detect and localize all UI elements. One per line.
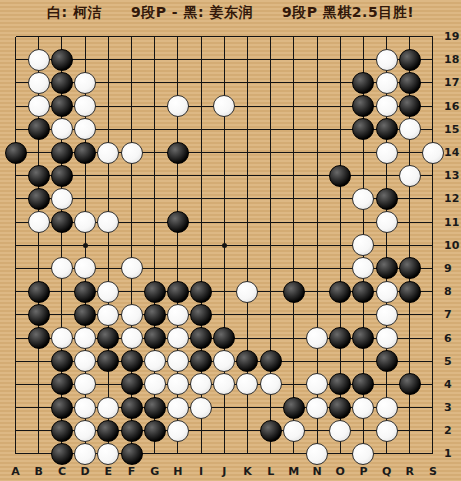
intersection-H18[interactable] — [166, 48, 189, 71]
intersection-K7[interactable] — [236, 303, 259, 326]
intersection-R19[interactable] — [398, 25, 421, 48]
intersection-K4[interactable] — [236, 373, 259, 396]
intersection-K19[interactable] — [236, 25, 259, 48]
intersection-D4[interactable] — [74, 373, 97, 396]
intersection-O10[interactable] — [329, 234, 352, 257]
intersection-G3[interactable] — [143, 396, 166, 419]
intersection-F7[interactable] — [120, 303, 143, 326]
intersection-K3[interactable] — [236, 396, 259, 419]
intersection-Q11[interactable] — [375, 211, 398, 234]
intersection-F18[interactable] — [120, 48, 143, 71]
intersection-B14[interactable] — [27, 141, 50, 164]
intersection-I9[interactable] — [190, 257, 213, 280]
intersection-O5[interactable] — [329, 350, 352, 373]
intersection-P3[interactable] — [352, 396, 375, 419]
intersection-B7[interactable] — [27, 303, 50, 326]
intersection-Q17[interactable] — [375, 71, 398, 94]
intersection-O12[interactable] — [329, 187, 352, 210]
intersection-M7[interactable] — [282, 303, 305, 326]
intersection-D12[interactable] — [74, 187, 97, 210]
intersection-H17[interactable] — [166, 71, 189, 94]
intersection-J3[interactable] — [213, 396, 236, 419]
intersection-C19[interactable] — [50, 25, 73, 48]
intersection-N16[interactable] — [305, 95, 328, 118]
intersection-C18[interactable] — [50, 48, 73, 71]
intersection-F15[interactable] — [120, 118, 143, 141]
intersection-E13[interactable] — [97, 164, 120, 187]
intersection-F14[interactable] — [120, 141, 143, 164]
intersection-O14[interactable] — [329, 141, 352, 164]
intersection-G8[interactable] — [143, 280, 166, 303]
intersection-D14[interactable] — [74, 141, 97, 164]
intersection-E4[interactable] — [97, 373, 120, 396]
intersection-G11[interactable] — [143, 211, 166, 234]
intersection-L14[interactable] — [259, 141, 282, 164]
intersection-R6[interactable] — [398, 326, 421, 349]
intersection-Q16[interactable] — [375, 95, 398, 118]
intersection-D9[interactable] — [74, 257, 97, 280]
intersection-L7[interactable] — [259, 303, 282, 326]
intersection-K2[interactable] — [236, 419, 259, 442]
intersection-G13[interactable] — [143, 164, 166, 187]
intersection-E15[interactable] — [97, 118, 120, 141]
intersection-B10[interactable] — [27, 234, 50, 257]
intersection-F5[interactable] — [120, 350, 143, 373]
intersection-Q9[interactable] — [375, 257, 398, 280]
intersection-E7[interactable] — [97, 303, 120, 326]
intersection-J14[interactable] — [213, 141, 236, 164]
intersection-P5[interactable] — [352, 350, 375, 373]
intersection-K18[interactable] — [236, 48, 259, 71]
intersection-D17[interactable] — [74, 71, 97, 94]
intersection-J16[interactable] — [213, 95, 236, 118]
intersection-J13[interactable] — [213, 164, 236, 187]
intersection-A13[interactable] — [4, 164, 27, 187]
intersection-E10[interactable] — [97, 234, 120, 257]
intersection-F16[interactable] — [120, 95, 143, 118]
intersection-L17[interactable] — [259, 71, 282, 94]
intersection-E16[interactable] — [97, 95, 120, 118]
intersection-P11[interactable] — [352, 211, 375, 234]
intersection-Q10[interactable] — [375, 234, 398, 257]
intersection-N5[interactable] — [305, 350, 328, 373]
intersection-Q18[interactable] — [375, 48, 398, 71]
intersection-I18[interactable] — [190, 48, 213, 71]
intersection-A17[interactable] — [4, 71, 27, 94]
intersection-B18[interactable] — [27, 48, 50, 71]
intersection-G4[interactable] — [143, 373, 166, 396]
intersection-H8[interactable] — [166, 280, 189, 303]
intersection-P13[interactable] — [352, 164, 375, 187]
intersection-E2[interactable] — [97, 419, 120, 442]
intersection-M8[interactable] — [282, 280, 305, 303]
intersection-K11[interactable] — [236, 211, 259, 234]
intersection-B8[interactable] — [27, 280, 50, 303]
intersection-A12[interactable] — [4, 187, 27, 210]
intersection-J2[interactable] — [213, 419, 236, 442]
intersection-A7[interactable] — [4, 303, 27, 326]
intersection-B13[interactable] — [27, 164, 50, 187]
intersection-L5[interactable] — [259, 350, 282, 373]
intersection-N14[interactable] — [305, 141, 328, 164]
intersection-A11[interactable] — [4, 211, 27, 234]
intersection-G7[interactable] — [143, 303, 166, 326]
intersection-R12[interactable] — [398, 187, 421, 210]
intersection-N19[interactable] — [305, 25, 328, 48]
intersection-B11[interactable] — [27, 211, 50, 234]
intersection-C11[interactable] — [50, 211, 73, 234]
intersection-R4[interactable] — [398, 373, 421, 396]
intersection-Q2[interactable] — [375, 419, 398, 442]
intersection-J9[interactable] — [213, 257, 236, 280]
intersection-K14[interactable] — [236, 141, 259, 164]
intersection-R15[interactable] — [398, 118, 421, 141]
intersection-F17[interactable] — [120, 71, 143, 94]
intersection-R14[interactable] — [398, 141, 421, 164]
intersection-C4[interactable] — [50, 373, 73, 396]
intersection-I16[interactable] — [190, 95, 213, 118]
intersection-E9[interactable] — [97, 257, 120, 280]
intersection-I11[interactable] — [190, 211, 213, 234]
intersection-N15[interactable] — [305, 118, 328, 141]
intersection-C5[interactable] — [50, 350, 73, 373]
intersection-L6[interactable] — [259, 326, 282, 349]
intersection-H2[interactable] — [166, 419, 189, 442]
intersection-K17[interactable] — [236, 71, 259, 94]
intersection-A14[interactable] — [4, 141, 27, 164]
intersection-C2[interactable] — [50, 419, 73, 442]
intersection-M12[interactable] — [282, 187, 305, 210]
intersection-H13[interactable] — [166, 164, 189, 187]
intersection-J4[interactable] — [213, 373, 236, 396]
intersection-I15[interactable] — [190, 118, 213, 141]
intersection-G16[interactable] — [143, 95, 166, 118]
intersection-D16[interactable] — [74, 95, 97, 118]
intersection-G19[interactable] — [143, 25, 166, 48]
intersection-R2[interactable] — [398, 419, 421, 442]
intersection-O19[interactable] — [329, 25, 352, 48]
intersection-N9[interactable] — [305, 257, 328, 280]
intersection-E11[interactable] — [97, 211, 120, 234]
intersection-B4[interactable] — [27, 373, 50, 396]
intersection-N8[interactable] — [305, 280, 328, 303]
intersection-O17[interactable] — [329, 71, 352, 94]
intersection-G10[interactable] — [143, 234, 166, 257]
intersection-J18[interactable] — [213, 48, 236, 71]
intersection-M2[interactable] — [282, 419, 305, 442]
intersection-N3[interactable] — [305, 396, 328, 419]
intersection-P4[interactable] — [352, 373, 375, 396]
intersection-N11[interactable] — [305, 211, 328, 234]
intersection-I5[interactable] — [190, 350, 213, 373]
intersection-R10[interactable] — [398, 234, 421, 257]
intersection-L10[interactable] — [259, 234, 282, 257]
intersection-M3[interactable] — [282, 396, 305, 419]
intersection-J17[interactable] — [213, 71, 236, 94]
intersection-B16[interactable] — [27, 95, 50, 118]
intersection-H10[interactable] — [166, 234, 189, 257]
intersection-N7[interactable] — [305, 303, 328, 326]
intersection-A8[interactable] — [4, 280, 27, 303]
intersection-M11[interactable] — [282, 211, 305, 234]
intersection-A4[interactable] — [4, 373, 27, 396]
intersection-O3[interactable] — [329, 396, 352, 419]
intersection-C6[interactable] — [50, 326, 73, 349]
intersection-G18[interactable] — [143, 48, 166, 71]
intersection-F11[interactable] — [120, 211, 143, 234]
intersection-H15[interactable] — [166, 118, 189, 141]
intersection-F8[interactable] — [120, 280, 143, 303]
intersection-O9[interactable] — [329, 257, 352, 280]
intersection-M15[interactable] — [282, 118, 305, 141]
intersection-P10[interactable] — [352, 234, 375, 257]
intersection-O7[interactable] — [329, 303, 352, 326]
intersection-C7[interactable] — [50, 303, 73, 326]
intersection-J8[interactable] — [213, 280, 236, 303]
intersection-D18[interactable] — [74, 48, 97, 71]
intersection-A5[interactable] — [4, 350, 27, 373]
intersection-O2[interactable] — [329, 419, 352, 442]
intersection-J12[interactable] — [213, 187, 236, 210]
intersection-I2[interactable] — [190, 419, 213, 442]
intersection-L19[interactable] — [259, 25, 282, 48]
intersection-B5[interactable] — [27, 350, 50, 373]
intersection-C13[interactable] — [50, 164, 73, 187]
intersection-K6[interactable] — [236, 326, 259, 349]
intersection-P8[interactable] — [352, 280, 375, 303]
intersection-F12[interactable] — [120, 187, 143, 210]
intersection-F13[interactable] — [120, 164, 143, 187]
intersection-P7[interactable] — [352, 303, 375, 326]
intersection-D11[interactable] — [74, 211, 97, 234]
intersection-H7[interactable] — [166, 303, 189, 326]
intersection-Q6[interactable] — [375, 326, 398, 349]
intersection-M14[interactable] — [282, 141, 305, 164]
intersection-D5[interactable] — [74, 350, 97, 373]
intersection-L15[interactable] — [259, 118, 282, 141]
intersection-H19[interactable] — [166, 25, 189, 48]
intersection-B9[interactable] — [27, 257, 50, 280]
intersection-A19[interactable] — [4, 25, 27, 48]
intersection-R16[interactable] — [398, 95, 421, 118]
intersection-O6[interactable] — [329, 326, 352, 349]
intersection-O16[interactable] — [329, 95, 352, 118]
intersection-J10[interactable] — [213, 234, 236, 257]
intersection-R17[interactable] — [398, 71, 421, 94]
intersection-G12[interactable] — [143, 187, 166, 210]
intersection-N13[interactable] — [305, 164, 328, 187]
intersection-D13[interactable] — [74, 164, 97, 187]
intersection-J6[interactable] — [213, 326, 236, 349]
intersection-K15[interactable] — [236, 118, 259, 141]
intersection-M5[interactable] — [282, 350, 305, 373]
intersection-N18[interactable] — [305, 48, 328, 71]
intersection-K9[interactable] — [236, 257, 259, 280]
intersection-C15[interactable] — [50, 118, 73, 141]
intersection-L2[interactable] — [259, 419, 282, 442]
intersection-N12[interactable] — [305, 187, 328, 210]
intersection-H9[interactable] — [166, 257, 189, 280]
intersection-C12[interactable] — [50, 187, 73, 210]
intersection-Q7[interactable] — [375, 303, 398, 326]
intersection-R9[interactable] — [398, 257, 421, 280]
intersection-D3[interactable] — [74, 396, 97, 419]
intersection-B6[interactable] — [27, 326, 50, 349]
intersection-Q3[interactable] — [375, 396, 398, 419]
intersection-G17[interactable] — [143, 71, 166, 94]
intersection-C8[interactable] — [50, 280, 73, 303]
intersection-A10[interactable] — [4, 234, 27, 257]
intersection-D2[interactable] — [74, 419, 97, 442]
intersection-A18[interactable] — [4, 48, 27, 71]
intersection-N10[interactable] — [305, 234, 328, 257]
intersection-N6[interactable] — [305, 326, 328, 349]
intersection-F9[interactable] — [120, 257, 143, 280]
intersection-F19[interactable] — [120, 25, 143, 48]
intersection-B2[interactable] — [27, 419, 50, 442]
intersection-D7[interactable] — [74, 303, 97, 326]
intersection-J5[interactable] — [213, 350, 236, 373]
intersection-L3[interactable] — [259, 396, 282, 419]
intersection-D8[interactable] — [74, 280, 97, 303]
intersection-R7[interactable] — [398, 303, 421, 326]
intersection-G9[interactable] — [143, 257, 166, 280]
intersection-D6[interactable] — [74, 326, 97, 349]
intersection-N17[interactable] — [305, 71, 328, 94]
intersection-K13[interactable] — [236, 164, 259, 187]
intersection-P19[interactable] — [352, 25, 375, 48]
intersection-R18[interactable] — [398, 48, 421, 71]
intersection-R8[interactable] — [398, 280, 421, 303]
intersection-Q19[interactable] — [375, 25, 398, 48]
intersection-G6[interactable] — [143, 326, 166, 349]
intersection-Q15[interactable] — [375, 118, 398, 141]
intersection-I4[interactable] — [190, 373, 213, 396]
intersection-B19[interactable] — [27, 25, 50, 48]
intersection-P18[interactable] — [352, 48, 375, 71]
intersection-G14[interactable] — [143, 141, 166, 164]
intersection-Q14[interactable] — [375, 141, 398, 164]
intersection-O15[interactable] — [329, 118, 352, 141]
intersection-M17[interactable] — [282, 71, 305, 94]
intersection-E19[interactable] — [97, 25, 120, 48]
intersection-L13[interactable] — [259, 164, 282, 187]
intersection-E17[interactable] — [97, 71, 120, 94]
intersection-F4[interactable] — [120, 373, 143, 396]
intersection-I6[interactable] — [190, 326, 213, 349]
intersection-O13[interactable] — [329, 164, 352, 187]
intersection-D10[interactable] — [74, 234, 97, 257]
intersection-E18[interactable] — [97, 48, 120, 71]
intersection-N4[interactable] — [305, 373, 328, 396]
intersection-A16[interactable] — [4, 95, 27, 118]
intersection-R11[interactable] — [398, 211, 421, 234]
intersection-C9[interactable] — [50, 257, 73, 280]
intersection-I8[interactable] — [190, 280, 213, 303]
intersection-L4[interactable] — [259, 373, 282, 396]
intersection-K12[interactable] — [236, 187, 259, 210]
intersection-Q5[interactable] — [375, 350, 398, 373]
intersection-D19[interactable] — [74, 25, 97, 48]
intersection-E12[interactable] — [97, 187, 120, 210]
intersection-K10[interactable] — [236, 234, 259, 257]
intersection-L16[interactable] — [259, 95, 282, 118]
intersection-M18[interactable] — [282, 48, 305, 71]
intersection-E3[interactable] — [97, 396, 120, 419]
intersection-K5[interactable] — [236, 350, 259, 373]
intersection-P12[interactable] — [352, 187, 375, 210]
intersection-C17[interactable] — [50, 71, 73, 94]
intersection-F2[interactable] — [120, 419, 143, 442]
intersection-Q12[interactable] — [375, 187, 398, 210]
intersection-P16[interactable] — [352, 95, 375, 118]
intersection-H4[interactable] — [166, 373, 189, 396]
intersection-J11[interactable] — [213, 211, 236, 234]
intersection-M13[interactable] — [282, 164, 305, 187]
intersection-Q13[interactable] — [375, 164, 398, 187]
intersection-R13[interactable] — [398, 164, 421, 187]
intersection-J19[interactable] — [213, 25, 236, 48]
intersection-A6[interactable] — [4, 326, 27, 349]
intersection-O11[interactable] — [329, 211, 352, 234]
intersection-I14[interactable] — [190, 141, 213, 164]
intersection-O4[interactable] — [329, 373, 352, 396]
intersection-F10[interactable] — [120, 234, 143, 257]
intersection-I12[interactable] — [190, 187, 213, 210]
intersection-P14[interactable] — [352, 141, 375, 164]
intersection-M4[interactable] — [282, 373, 305, 396]
intersection-K8[interactable] — [236, 280, 259, 303]
intersection-D15[interactable] — [74, 118, 97, 141]
intersection-E8[interactable] — [97, 280, 120, 303]
intersection-L18[interactable] — [259, 48, 282, 71]
intersection-I10[interactable] — [190, 234, 213, 257]
intersection-K16[interactable] — [236, 95, 259, 118]
intersection-B15[interactable] — [27, 118, 50, 141]
intersection-L8[interactable] — [259, 280, 282, 303]
intersection-O8[interactable] — [329, 280, 352, 303]
intersection-N2[interactable] — [305, 419, 328, 442]
intersection-R3[interactable] — [398, 396, 421, 419]
intersection-I17[interactable] — [190, 71, 213, 94]
intersection-Q8[interactable] — [375, 280, 398, 303]
intersection-H14[interactable] — [166, 141, 189, 164]
intersection-H11[interactable] — [166, 211, 189, 234]
intersection-C14[interactable] — [50, 141, 73, 164]
intersection-P15[interactable] — [352, 118, 375, 141]
intersection-P2[interactable] — [352, 419, 375, 442]
intersection-A15[interactable] — [4, 118, 27, 141]
intersection-F3[interactable] — [120, 396, 143, 419]
intersection-L12[interactable] — [259, 187, 282, 210]
intersection-H12[interactable] — [166, 187, 189, 210]
intersection-F6[interactable] — [120, 326, 143, 349]
intersection-L11[interactable] — [259, 211, 282, 234]
intersection-G15[interactable] — [143, 118, 166, 141]
intersection-H16[interactable] — [166, 95, 189, 118]
intersection-O18[interactable] — [329, 48, 352, 71]
intersection-C10[interactable] — [50, 234, 73, 257]
intersection-A2[interactable] — [4, 419, 27, 442]
intersection-H3[interactable] — [166, 396, 189, 419]
intersection-I19[interactable] — [190, 25, 213, 48]
intersection-M9[interactable] — [282, 257, 305, 280]
intersection-H6[interactable] — [166, 326, 189, 349]
intersection-C3[interactable] — [50, 396, 73, 419]
intersection-M19[interactable] — [282, 25, 305, 48]
intersection-J15[interactable] — [213, 118, 236, 141]
intersection-C16[interactable] — [50, 95, 73, 118]
